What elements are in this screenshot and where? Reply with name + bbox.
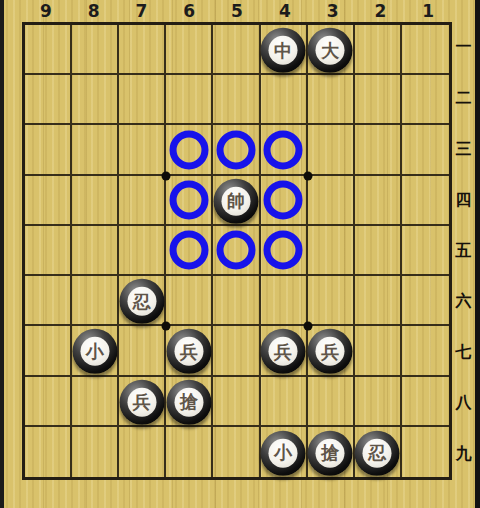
board-cell[interactable]	[72, 125, 119, 175]
board-cell[interactable]	[166, 427, 213, 477]
move-highlight-ring[interactable]	[169, 230, 208, 269]
piece-character: 搶	[321, 444, 339, 462]
file-label: 8	[70, 0, 118, 22]
star-point	[303, 322, 312, 331]
move-highlight-ring[interactable]	[216, 230, 255, 269]
file-labels: 987654321	[22, 0, 452, 22]
star-point	[162, 322, 171, 331]
board-cell[interactable]	[261, 75, 308, 125]
piece-face: 兵	[316, 337, 345, 366]
board-cell[interactable]	[25, 226, 72, 276]
rank-label: 一	[452, 22, 475, 73]
move-highlight-ring[interactable]	[169, 130, 208, 169]
board-cell[interactable]	[213, 226, 260, 276]
piece-character: 兵	[274, 343, 292, 361]
board-cell[interactable]: 小	[261, 427, 308, 477]
board-cell[interactable]: 大	[308, 25, 355, 75]
move-highlight-ring[interactable]	[216, 130, 255, 169]
piece-middle[interactable]: 中	[261, 28, 306, 73]
board-cell[interactable]	[213, 75, 260, 125]
piece-face: 帥	[221, 187, 250, 216]
move-highlight-ring[interactable]	[264, 180, 303, 219]
board-cell[interactable]	[119, 75, 166, 125]
right-edge-strip	[475, 0, 480, 508]
piece-character: 兵	[321, 343, 339, 361]
piece-face: 搶	[174, 388, 203, 417]
board-cell[interactable]	[166, 226, 213, 276]
board-cell[interactable]: 兵	[119, 377, 166, 427]
board-cell[interactable]	[261, 176, 308, 226]
board-cell[interactable]: 搶	[166, 377, 213, 427]
board-cell[interactable]	[355, 276, 402, 326]
board-cell[interactable]	[72, 75, 119, 125]
file-label: 1	[404, 0, 452, 22]
board-cell[interactable]	[72, 377, 119, 427]
piece-spear[interactable]: 搶	[166, 380, 211, 425]
board-cell[interactable]	[166, 125, 213, 175]
piece-face: 小	[269, 439, 298, 468]
file-label: 7	[118, 0, 166, 22]
board-cell[interactable]	[402, 226, 449, 276]
board-cell[interactable]	[25, 377, 72, 427]
board-cell[interactable]	[355, 75, 402, 125]
board-cell[interactable]: 中	[261, 25, 308, 75]
board-cell[interactable]	[402, 326, 449, 376]
piece-small[interactable]: 小	[72, 329, 117, 374]
piece-face: 兵	[174, 337, 203, 366]
file-label: 5	[213, 0, 261, 22]
board-cell[interactable]	[25, 427, 72, 477]
move-highlight-ring[interactable]	[169, 180, 208, 219]
left-edge-strip	[0, 0, 4, 508]
board: 中大帥忍小兵兵兵兵搶小搶忍	[22, 22, 452, 480]
piece-character: 忍	[133, 293, 151, 311]
board-cell[interactable]	[355, 226, 402, 276]
piece-character: 搶	[180, 393, 198, 411]
board-cell[interactable]: 兵	[166, 326, 213, 376]
board-cell[interactable]	[72, 276, 119, 326]
board-cell[interactable]	[402, 427, 449, 477]
rank-label: 六	[452, 276, 475, 327]
board-cell[interactable]	[213, 276, 260, 326]
board-cell[interactable]	[119, 125, 166, 175]
board-cell[interactable]	[402, 75, 449, 125]
file-label: 6	[165, 0, 213, 22]
piece-soldier[interactable]: 兵	[119, 380, 164, 425]
board-cell[interactable]	[119, 176, 166, 226]
board-cell[interactable]	[308, 125, 355, 175]
board-cell[interactable]	[119, 326, 166, 376]
board-cell[interactable]	[355, 125, 402, 175]
board-cell[interactable]	[72, 25, 119, 75]
board-cell[interactable]	[119, 427, 166, 477]
board-cell[interactable]	[119, 226, 166, 276]
board-cell[interactable]	[72, 226, 119, 276]
piece-soldier[interactable]: 兵	[166, 329, 211, 374]
board-cell[interactable]	[25, 125, 72, 175]
file-label: 4	[261, 0, 309, 22]
board-cell[interactable]	[261, 377, 308, 427]
board-cell[interactable]	[402, 125, 449, 175]
board-cell[interactable]	[402, 377, 449, 427]
board-cell[interactable]	[213, 377, 260, 427]
piece-character: 兵	[133, 393, 151, 411]
board-cell[interactable]	[402, 25, 449, 75]
rank-label: 四	[452, 175, 475, 226]
board-cell[interactable]	[72, 427, 119, 477]
board-cell[interactable]	[25, 326, 72, 376]
rank-label: 三	[452, 124, 475, 175]
board-cell[interactable]	[213, 25, 260, 75]
piece-character: 中	[274, 41, 292, 59]
file-label: 3	[309, 0, 357, 22]
board-grid: 中大帥忍小兵兵兵兵搶小搶忍	[25, 25, 449, 477]
piece-character: 小	[274, 444, 292, 462]
board-cell[interactable]	[25, 25, 72, 75]
board-cell[interactable]: 帥	[213, 176, 260, 226]
board-cell[interactable]	[166, 276, 213, 326]
piece-face: 兵	[127, 388, 156, 417]
board-cell[interactable]	[261, 125, 308, 175]
rank-labels: 一二三四五六七八九	[452, 22, 475, 480]
piece-soldier[interactable]: 兵	[308, 329, 353, 374]
rank-label: 九	[452, 429, 475, 480]
piece-character: 大	[321, 41, 339, 59]
board-cell[interactable]	[355, 377, 402, 427]
move-highlight-ring[interactable]	[264, 230, 303, 269]
rank-label: 八	[452, 378, 475, 429]
board-cell[interactable]	[308, 226, 355, 276]
piece-face: 忍	[363, 439, 392, 468]
board-cell[interactable]	[308, 377, 355, 427]
piece-character: 小	[86, 343, 104, 361]
piece-ninja[interactable]: 忍	[355, 431, 400, 476]
piece-character: 帥	[227, 192, 245, 210]
rank-label: 七	[452, 327, 475, 378]
star-point	[162, 171, 171, 180]
piece-soldier[interactable]: 兵	[261, 329, 306, 374]
board-cell[interactable]: 搶	[308, 427, 355, 477]
board-cell[interactable]	[119, 25, 166, 75]
piece-marshal[interactable]: 帥	[213, 179, 258, 224]
piece-face: 大	[316, 36, 345, 65]
board-cell[interactable]	[402, 176, 449, 226]
board-cell[interactable]	[213, 427, 260, 477]
piece-spear[interactable]: 搶	[308, 431, 353, 476]
rank-label: 五	[452, 226, 475, 277]
board-cell[interactable]	[166, 75, 213, 125]
board-cell[interactable]: 小	[72, 326, 119, 376]
board-cell[interactable]	[261, 276, 308, 326]
piece-face: 小	[80, 337, 109, 366]
piece-small[interactable]: 小	[261, 431, 306, 476]
board-cell[interactable]	[355, 326, 402, 376]
board-cell[interactable]	[308, 75, 355, 125]
piece-face: 忍	[127, 287, 156, 316]
board-cell[interactable]	[308, 176, 355, 226]
board-cell[interactable]	[25, 75, 72, 125]
star-point	[303, 171, 312, 180]
board-cell[interactable]	[355, 25, 402, 75]
piece-big[interactable]: 大	[308, 28, 353, 73]
board-cell[interactable]	[355, 176, 402, 226]
board-cell[interactable]	[308, 276, 355, 326]
rank-label: 二	[452, 73, 475, 124]
board-cell[interactable]	[402, 276, 449, 326]
piece-ninja[interactable]: 忍	[119, 279, 164, 324]
board-cell[interactable]: 忍	[119, 276, 166, 326]
board-cell[interactable]	[261, 226, 308, 276]
board-cell[interactable]	[213, 125, 260, 175]
board-cell[interactable]	[72, 176, 119, 226]
board-cell[interactable]	[25, 276, 72, 326]
piece-face: 搶	[316, 439, 345, 468]
file-label: 9	[22, 0, 70, 22]
piece-character: 忍	[368, 444, 386, 462]
move-highlight-ring[interactable]	[264, 130, 303, 169]
board-cell[interactable]: 兵	[261, 326, 308, 376]
board-cell[interactable]: 忍	[355, 427, 402, 477]
piece-character: 兵	[180, 343, 198, 361]
board-cell[interactable]	[166, 176, 213, 226]
board-cell[interactable]: 兵	[308, 326, 355, 376]
piece-face: 中	[269, 36, 298, 65]
file-label: 2	[356, 0, 404, 22]
board-cell[interactable]	[166, 25, 213, 75]
piece-face: 兵	[269, 337, 298, 366]
board-cell[interactable]	[25, 176, 72, 226]
board-cell[interactable]	[213, 326, 260, 376]
